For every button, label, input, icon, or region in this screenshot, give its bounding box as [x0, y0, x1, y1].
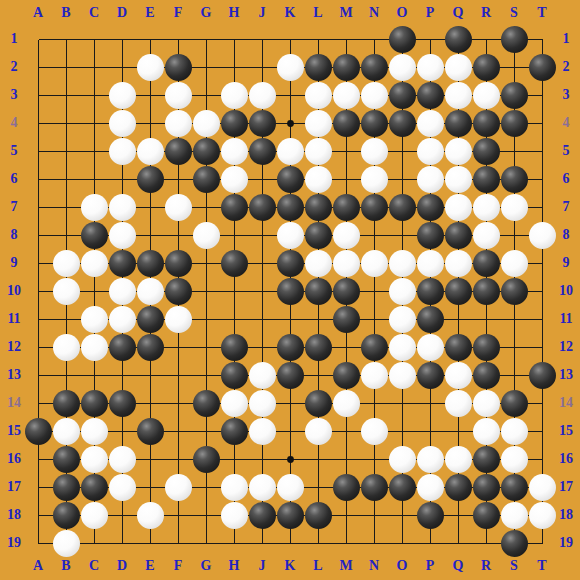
point-T18[interactable]	[528, 501, 556, 529]
point-G15[interactable]	[192, 417, 220, 445]
point-D4[interactable]	[108, 109, 136, 137]
point-B13[interactable]	[52, 361, 80, 389]
point-J14[interactable]	[248, 389, 276, 417]
point-O15[interactable]	[388, 417, 416, 445]
point-R13[interactable]	[472, 361, 500, 389]
point-A18[interactable]	[24, 501, 52, 529]
point-J7[interactable]	[248, 193, 276, 221]
point-J3[interactable]	[248, 81, 276, 109]
point-F17[interactable]	[164, 473, 192, 501]
point-E10[interactable]	[136, 277, 164, 305]
point-A15[interactable]	[24, 417, 52, 445]
point-B11[interactable]	[52, 305, 80, 333]
point-J5[interactable]	[248, 137, 276, 165]
point-B17[interactable]	[52, 473, 80, 501]
point-G3[interactable]	[192, 81, 220, 109]
point-R1[interactable]	[472, 25, 500, 53]
point-G12[interactable]	[192, 333, 220, 361]
point-S4[interactable]	[500, 109, 528, 137]
point-P13[interactable]	[416, 361, 444, 389]
point-P2[interactable]	[416, 53, 444, 81]
point-P16[interactable]	[416, 445, 444, 473]
point-K18[interactable]	[276, 501, 304, 529]
point-E12[interactable]	[136, 333, 164, 361]
point-G8[interactable]	[192, 221, 220, 249]
point-P3[interactable]	[416, 81, 444, 109]
point-P4[interactable]	[416, 109, 444, 137]
point-B5[interactable]	[52, 137, 80, 165]
point-P1[interactable]	[416, 25, 444, 53]
point-L1[interactable]	[304, 25, 332, 53]
point-T9[interactable]	[528, 249, 556, 277]
point-O19[interactable]	[388, 529, 416, 557]
point-T13[interactable]	[528, 361, 556, 389]
point-A9[interactable]	[24, 249, 52, 277]
point-C10[interactable]	[80, 277, 108, 305]
point-H12[interactable]	[220, 333, 248, 361]
point-G7[interactable]	[192, 193, 220, 221]
point-S5[interactable]	[500, 137, 528, 165]
point-L12[interactable]	[304, 333, 332, 361]
point-M15[interactable]	[332, 417, 360, 445]
point-L9[interactable]	[304, 249, 332, 277]
point-E11[interactable]	[136, 305, 164, 333]
point-R5[interactable]	[472, 137, 500, 165]
point-E6[interactable]	[136, 165, 164, 193]
point-T16[interactable]	[528, 445, 556, 473]
point-L13[interactable]	[304, 361, 332, 389]
point-T17[interactable]	[528, 473, 556, 501]
point-H19[interactable]	[220, 529, 248, 557]
point-B3[interactable]	[52, 81, 80, 109]
point-F2[interactable]	[164, 53, 192, 81]
point-K14[interactable]	[276, 389, 304, 417]
point-B15[interactable]	[52, 417, 80, 445]
point-Q16[interactable]	[444, 445, 472, 473]
point-P12[interactable]	[416, 333, 444, 361]
point-K15[interactable]	[276, 417, 304, 445]
point-L18[interactable]	[304, 501, 332, 529]
point-L11[interactable]	[304, 305, 332, 333]
point-N3[interactable]	[360, 81, 388, 109]
point-A7[interactable]	[24, 193, 52, 221]
point-B9[interactable]	[52, 249, 80, 277]
point-A12[interactable]	[24, 333, 52, 361]
point-F13[interactable]	[164, 361, 192, 389]
point-P8[interactable]	[416, 221, 444, 249]
point-S10[interactable]	[500, 277, 528, 305]
point-M16[interactable]	[332, 445, 360, 473]
point-M13[interactable]	[332, 361, 360, 389]
point-M8[interactable]	[332, 221, 360, 249]
point-S2[interactable]	[500, 53, 528, 81]
point-F3[interactable]	[164, 81, 192, 109]
point-E3[interactable]	[136, 81, 164, 109]
point-E15[interactable]	[136, 417, 164, 445]
point-K11[interactable]	[276, 305, 304, 333]
point-D18[interactable]	[108, 501, 136, 529]
point-S17[interactable]	[500, 473, 528, 501]
point-T14[interactable]	[528, 389, 556, 417]
point-P7[interactable]	[416, 193, 444, 221]
point-N1[interactable]	[360, 25, 388, 53]
point-Q7[interactable]	[444, 193, 472, 221]
point-J16[interactable]	[248, 445, 276, 473]
point-S11[interactable]	[500, 305, 528, 333]
point-Q13[interactable]	[444, 361, 472, 389]
point-P19[interactable]	[416, 529, 444, 557]
point-N11[interactable]	[360, 305, 388, 333]
point-M7[interactable]	[332, 193, 360, 221]
point-N10[interactable]	[360, 277, 388, 305]
point-R19[interactable]	[472, 529, 500, 557]
point-A13[interactable]	[24, 361, 52, 389]
point-M6[interactable]	[332, 165, 360, 193]
point-F15[interactable]	[164, 417, 192, 445]
point-Q11[interactable]	[444, 305, 472, 333]
point-K1[interactable]	[276, 25, 304, 53]
point-G9[interactable]	[192, 249, 220, 277]
point-T1[interactable]	[528, 25, 556, 53]
point-C11[interactable]	[80, 305, 108, 333]
point-F10[interactable]	[164, 277, 192, 305]
point-C13[interactable]	[80, 361, 108, 389]
point-S14[interactable]	[500, 389, 528, 417]
point-B4[interactable]	[52, 109, 80, 137]
point-B18[interactable]	[52, 501, 80, 529]
point-C17[interactable]	[80, 473, 108, 501]
point-B6[interactable]	[52, 165, 80, 193]
point-D9[interactable]	[108, 249, 136, 277]
point-M17[interactable]	[332, 473, 360, 501]
point-F12[interactable]	[164, 333, 192, 361]
point-D12[interactable]	[108, 333, 136, 361]
point-O16[interactable]	[388, 445, 416, 473]
point-Q1[interactable]	[444, 25, 472, 53]
point-S19[interactable]	[500, 529, 528, 557]
point-H14[interactable]	[220, 389, 248, 417]
point-F8[interactable]	[164, 221, 192, 249]
point-K5[interactable]	[276, 137, 304, 165]
point-B12[interactable]	[52, 333, 80, 361]
point-M14[interactable]	[332, 389, 360, 417]
point-J18[interactable]	[248, 501, 276, 529]
point-H4[interactable]	[220, 109, 248, 137]
point-A3[interactable]	[24, 81, 52, 109]
point-L16[interactable]	[304, 445, 332, 473]
point-C12[interactable]	[80, 333, 108, 361]
point-C7[interactable]	[80, 193, 108, 221]
point-E17[interactable]	[136, 473, 164, 501]
point-M2[interactable]	[332, 53, 360, 81]
point-L7[interactable]	[304, 193, 332, 221]
point-B7[interactable]	[52, 193, 80, 221]
point-R8[interactable]	[472, 221, 500, 249]
point-R6[interactable]	[472, 165, 500, 193]
point-D6[interactable]	[108, 165, 136, 193]
point-A16[interactable]	[24, 445, 52, 473]
point-N7[interactable]	[360, 193, 388, 221]
point-M18[interactable]	[332, 501, 360, 529]
point-Q9[interactable]	[444, 249, 472, 277]
point-K3[interactable]	[276, 81, 304, 109]
point-G2[interactable]	[192, 53, 220, 81]
point-J8[interactable]	[248, 221, 276, 249]
point-R17[interactable]	[472, 473, 500, 501]
point-N6[interactable]	[360, 165, 388, 193]
point-G6[interactable]	[192, 165, 220, 193]
point-T12[interactable]	[528, 333, 556, 361]
point-H3[interactable]	[220, 81, 248, 109]
point-J15[interactable]	[248, 417, 276, 445]
point-S15[interactable]	[500, 417, 528, 445]
point-H15[interactable]	[220, 417, 248, 445]
point-D19[interactable]	[108, 529, 136, 557]
point-G13[interactable]	[192, 361, 220, 389]
point-E7[interactable]	[136, 193, 164, 221]
point-N12[interactable]	[360, 333, 388, 361]
point-R15[interactable]	[472, 417, 500, 445]
point-N13[interactable]	[360, 361, 388, 389]
point-A19[interactable]	[24, 529, 52, 557]
point-M1[interactable]	[332, 25, 360, 53]
point-S8[interactable]	[500, 221, 528, 249]
point-S18[interactable]	[500, 501, 528, 529]
point-C14[interactable]	[80, 389, 108, 417]
point-H11[interactable]	[220, 305, 248, 333]
point-Q19[interactable]	[444, 529, 472, 557]
point-J19[interactable]	[248, 529, 276, 557]
point-C18[interactable]	[80, 501, 108, 529]
point-R9[interactable]	[472, 249, 500, 277]
point-R3[interactable]	[472, 81, 500, 109]
point-E18[interactable]	[136, 501, 164, 529]
point-R16[interactable]	[472, 445, 500, 473]
point-O18[interactable]	[388, 501, 416, 529]
point-P6[interactable]	[416, 165, 444, 193]
point-J9[interactable]	[248, 249, 276, 277]
point-Q4[interactable]	[444, 109, 472, 137]
point-T7[interactable]	[528, 193, 556, 221]
point-K8[interactable]	[276, 221, 304, 249]
point-T10[interactable]	[528, 277, 556, 305]
point-N8[interactable]	[360, 221, 388, 249]
point-B10[interactable]	[52, 277, 80, 305]
point-F9[interactable]	[164, 249, 192, 277]
point-E2[interactable]	[136, 53, 164, 81]
point-K2[interactable]	[276, 53, 304, 81]
point-G10[interactable]	[192, 277, 220, 305]
point-S1[interactable]	[500, 25, 528, 53]
point-A2[interactable]	[24, 53, 52, 81]
point-D8[interactable]	[108, 221, 136, 249]
point-B8[interactable]	[52, 221, 80, 249]
point-C6[interactable]	[80, 165, 108, 193]
point-E1[interactable]	[136, 25, 164, 53]
point-M5[interactable]	[332, 137, 360, 165]
point-Q18[interactable]	[444, 501, 472, 529]
point-L15[interactable]	[304, 417, 332, 445]
point-E5[interactable]	[136, 137, 164, 165]
point-H18[interactable]	[220, 501, 248, 529]
point-O5[interactable]	[388, 137, 416, 165]
point-L2[interactable]	[304, 53, 332, 81]
point-L6[interactable]	[304, 165, 332, 193]
point-A10[interactable]	[24, 277, 52, 305]
point-Q6[interactable]	[444, 165, 472, 193]
point-F14[interactable]	[164, 389, 192, 417]
point-R2[interactable]	[472, 53, 500, 81]
point-N14[interactable]	[360, 389, 388, 417]
point-R14[interactable]	[472, 389, 500, 417]
point-K4[interactable]	[276, 109, 304, 137]
point-D17[interactable]	[108, 473, 136, 501]
point-R12[interactable]	[472, 333, 500, 361]
point-G19[interactable]	[192, 529, 220, 557]
point-T5[interactable]	[528, 137, 556, 165]
point-H5[interactable]	[220, 137, 248, 165]
point-H17[interactable]	[220, 473, 248, 501]
point-N16[interactable]	[360, 445, 388, 473]
point-F5[interactable]	[164, 137, 192, 165]
point-S13[interactable]	[500, 361, 528, 389]
point-E9[interactable]	[136, 249, 164, 277]
point-M12[interactable]	[332, 333, 360, 361]
point-P14[interactable]	[416, 389, 444, 417]
point-O13[interactable]	[388, 361, 416, 389]
point-T11[interactable]	[528, 305, 556, 333]
point-E13[interactable]	[136, 361, 164, 389]
point-M9[interactable]	[332, 249, 360, 277]
point-E4[interactable]	[136, 109, 164, 137]
point-G11[interactable]	[192, 305, 220, 333]
point-M4[interactable]	[332, 109, 360, 137]
point-H6[interactable]	[220, 165, 248, 193]
point-C3[interactable]	[80, 81, 108, 109]
point-O4[interactable]	[388, 109, 416, 137]
point-P10[interactable]	[416, 277, 444, 305]
point-A11[interactable]	[24, 305, 52, 333]
point-N17[interactable]	[360, 473, 388, 501]
point-S3[interactable]	[500, 81, 528, 109]
point-F18[interactable]	[164, 501, 192, 529]
point-N5[interactable]	[360, 137, 388, 165]
point-K6[interactable]	[276, 165, 304, 193]
point-J12[interactable]	[248, 333, 276, 361]
point-D16[interactable]	[108, 445, 136, 473]
point-E14[interactable]	[136, 389, 164, 417]
point-O1[interactable]	[388, 25, 416, 53]
point-J1[interactable]	[248, 25, 276, 53]
point-K17[interactable]	[276, 473, 304, 501]
point-J4[interactable]	[248, 109, 276, 137]
point-Q12[interactable]	[444, 333, 472, 361]
point-A1[interactable]	[24, 25, 52, 53]
point-S16[interactable]	[500, 445, 528, 473]
point-B16[interactable]	[52, 445, 80, 473]
point-K9[interactable]	[276, 249, 304, 277]
point-C2[interactable]	[80, 53, 108, 81]
point-H13[interactable]	[220, 361, 248, 389]
point-O6[interactable]	[388, 165, 416, 193]
point-J2[interactable]	[248, 53, 276, 81]
point-Q3[interactable]	[444, 81, 472, 109]
point-S6[interactable]	[500, 165, 528, 193]
point-A14[interactable]	[24, 389, 52, 417]
point-G4[interactable]	[192, 109, 220, 137]
point-P11[interactable]	[416, 305, 444, 333]
point-J10[interactable]	[248, 277, 276, 305]
point-P17[interactable]	[416, 473, 444, 501]
point-J6[interactable]	[248, 165, 276, 193]
point-K10[interactable]	[276, 277, 304, 305]
point-F4[interactable]	[164, 109, 192, 137]
point-D1[interactable]	[108, 25, 136, 53]
point-T19[interactable]	[528, 529, 556, 557]
point-G5[interactable]	[192, 137, 220, 165]
point-M11[interactable]	[332, 305, 360, 333]
point-F16[interactable]	[164, 445, 192, 473]
point-L5[interactable]	[304, 137, 332, 165]
point-R18[interactable]	[472, 501, 500, 529]
point-L17[interactable]	[304, 473, 332, 501]
point-D13[interactable]	[108, 361, 136, 389]
point-H16[interactable]	[220, 445, 248, 473]
point-A4[interactable]	[24, 109, 52, 137]
point-C1[interactable]	[80, 25, 108, 53]
point-O8[interactable]	[388, 221, 416, 249]
point-K7[interactable]	[276, 193, 304, 221]
point-G18[interactable]	[192, 501, 220, 529]
point-H7[interactable]	[220, 193, 248, 221]
point-K12[interactable]	[276, 333, 304, 361]
point-O10[interactable]	[388, 277, 416, 305]
point-G1[interactable]	[192, 25, 220, 53]
point-O14[interactable]	[388, 389, 416, 417]
point-G16[interactable]	[192, 445, 220, 473]
point-Q2[interactable]	[444, 53, 472, 81]
point-O3[interactable]	[388, 81, 416, 109]
point-K19[interactable]	[276, 529, 304, 557]
point-C8[interactable]	[80, 221, 108, 249]
point-N4[interactable]	[360, 109, 388, 137]
point-S9[interactable]	[500, 249, 528, 277]
point-H1[interactable]	[220, 25, 248, 53]
point-R10[interactable]	[472, 277, 500, 305]
point-L14[interactable]	[304, 389, 332, 417]
point-T6[interactable]	[528, 165, 556, 193]
point-L19[interactable]	[304, 529, 332, 557]
point-T3[interactable]	[528, 81, 556, 109]
point-S7[interactable]	[500, 193, 528, 221]
point-H9[interactable]	[220, 249, 248, 277]
point-P5[interactable]	[416, 137, 444, 165]
point-D3[interactable]	[108, 81, 136, 109]
point-H2[interactable]	[220, 53, 248, 81]
point-C16[interactable]	[80, 445, 108, 473]
point-D15[interactable]	[108, 417, 136, 445]
point-L3[interactable]	[304, 81, 332, 109]
point-Q14[interactable]	[444, 389, 472, 417]
point-C5[interactable]	[80, 137, 108, 165]
point-C4[interactable]	[80, 109, 108, 137]
point-T2[interactable]	[528, 53, 556, 81]
point-C15[interactable]	[80, 417, 108, 445]
point-J13[interactable]	[248, 361, 276, 389]
point-L4[interactable]	[304, 109, 332, 137]
point-P15[interactable]	[416, 417, 444, 445]
point-R7[interactable]	[472, 193, 500, 221]
